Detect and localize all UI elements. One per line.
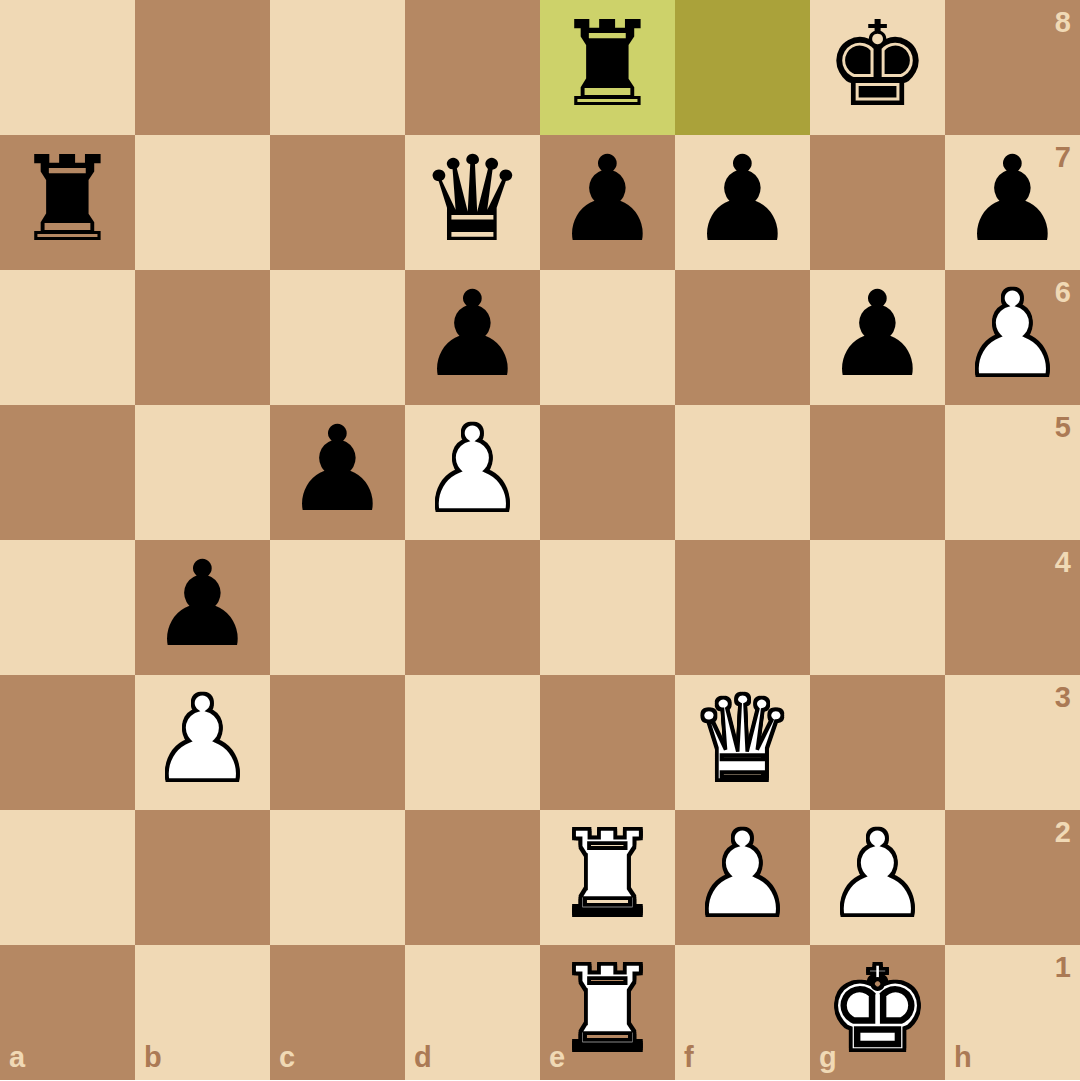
square-g3[interactable] xyxy=(810,675,945,810)
square-e7[interactable]: ♟ xyxy=(540,135,675,270)
square-g6[interactable]: ♟ xyxy=(810,270,945,405)
square-a5[interactable] xyxy=(0,405,135,540)
square-b2[interactable] xyxy=(135,810,270,945)
white-pawn[interactable]: ♟ xyxy=(690,815,796,933)
square-f6[interactable] xyxy=(675,270,810,405)
square-h3[interactable]: 3 xyxy=(945,675,1080,810)
black-queen[interactable]: ♛ xyxy=(420,140,526,258)
square-e4[interactable] xyxy=(540,540,675,675)
square-d3[interactable] xyxy=(405,675,540,810)
square-e3[interactable] xyxy=(540,675,675,810)
rank-label-1: 1 xyxy=(1055,953,1071,982)
square-c6[interactable] xyxy=(270,270,405,405)
square-g7[interactable] xyxy=(810,135,945,270)
white-pawn[interactable]: ♟ xyxy=(960,275,1066,393)
square-c2[interactable] xyxy=(270,810,405,945)
square-f3[interactable]: ♛ xyxy=(675,675,810,810)
square-a8[interactable] xyxy=(0,0,135,135)
square-d5[interactable]: ♟ xyxy=(405,405,540,540)
square-h6[interactable]: ♟6 xyxy=(945,270,1080,405)
square-d6[interactable]: ♟ xyxy=(405,270,540,405)
square-g5[interactable] xyxy=(810,405,945,540)
square-b3[interactable]: ♟ xyxy=(135,675,270,810)
square-g8[interactable]: ♚ xyxy=(810,0,945,135)
black-pawn[interactable]: ♟ xyxy=(690,140,796,258)
file-label-h: h xyxy=(954,1043,972,1072)
black-rook[interactable]: ♜ xyxy=(555,5,661,123)
square-h7[interactable]: ♟7 xyxy=(945,135,1080,270)
square-g4[interactable] xyxy=(810,540,945,675)
square-h4[interactable]: 4 xyxy=(945,540,1080,675)
square-d8[interactable] xyxy=(405,0,540,135)
black-pawn[interactable]: ♟ xyxy=(960,140,1066,258)
rank-label-8: 8 xyxy=(1055,8,1071,37)
square-b1[interactable]: b xyxy=(135,945,270,1080)
black-pawn[interactable]: ♟ xyxy=(285,410,391,528)
square-a6[interactable] xyxy=(0,270,135,405)
white-king[interactable]: ♚ xyxy=(825,950,931,1068)
square-b8[interactable] xyxy=(135,0,270,135)
square-b7[interactable] xyxy=(135,135,270,270)
square-e6[interactable] xyxy=(540,270,675,405)
rank-label-5: 5 xyxy=(1055,413,1071,442)
square-f1[interactable]: f xyxy=(675,945,810,1080)
square-h8[interactable]: 8 xyxy=(945,0,1080,135)
square-a2[interactable] xyxy=(0,810,135,945)
square-e2[interactable]: ♜ xyxy=(540,810,675,945)
square-f8[interactable] xyxy=(675,0,810,135)
file-label-e: e xyxy=(549,1043,565,1072)
square-c8[interactable] xyxy=(270,0,405,135)
square-b5[interactable] xyxy=(135,405,270,540)
file-label-b: b xyxy=(144,1043,162,1072)
square-d4[interactable] xyxy=(405,540,540,675)
square-e1[interactable]: ♜e xyxy=(540,945,675,1080)
black-rook[interactable]: ♜ xyxy=(15,140,121,258)
white-pawn[interactable]: ♟ xyxy=(825,815,931,933)
file-label-c: c xyxy=(279,1043,295,1072)
black-king[interactable]: ♚ xyxy=(825,5,931,123)
file-label-f: f xyxy=(684,1043,694,1072)
square-d1[interactable]: d xyxy=(405,945,540,1080)
square-c4[interactable] xyxy=(270,540,405,675)
rank-label-7: 7 xyxy=(1055,143,1071,172)
square-e8[interactable]: ♜ xyxy=(540,0,675,135)
square-h5[interactable]: 5 xyxy=(945,405,1080,540)
square-d2[interactable] xyxy=(405,810,540,945)
rank-label-6: 6 xyxy=(1055,278,1071,307)
square-b4[interactable]: ♟ xyxy=(135,540,270,675)
black-pawn[interactable]: ♟ xyxy=(555,140,661,258)
square-c1[interactable]: c xyxy=(270,945,405,1080)
white-rook[interactable]: ♜ xyxy=(555,815,661,933)
white-rook[interactable]: ♜ xyxy=(555,950,661,1068)
square-c3[interactable] xyxy=(270,675,405,810)
square-a3[interactable] xyxy=(0,675,135,810)
square-d7[interactable]: ♛ xyxy=(405,135,540,270)
rank-label-3: 3 xyxy=(1055,683,1071,712)
black-pawn[interactable]: ♟ xyxy=(825,275,931,393)
square-a7[interactable]: ♜ xyxy=(0,135,135,270)
file-label-a: a xyxy=(9,1043,25,1072)
square-f2[interactable]: ♟ xyxy=(675,810,810,945)
black-pawn[interactable]: ♟ xyxy=(150,545,256,663)
square-h1[interactable]: 1h xyxy=(945,945,1080,1080)
square-e5[interactable] xyxy=(540,405,675,540)
white-pawn[interactable]: ♟ xyxy=(150,680,256,798)
square-c7[interactable] xyxy=(270,135,405,270)
white-pawn[interactable]: ♟ xyxy=(420,410,526,528)
square-a1[interactable]: a xyxy=(0,945,135,1080)
square-f4[interactable] xyxy=(675,540,810,675)
square-c5[interactable]: ♟ xyxy=(270,405,405,540)
chess-board: ♜♚8♜♛♟♟♟7♟♟♟6♟♟5♟4♟♛3♜♟♟2abcd♜ef♚g1h xyxy=(0,0,1080,1080)
white-queen[interactable]: ♛ xyxy=(690,680,796,798)
rank-label-4: 4 xyxy=(1055,548,1071,577)
square-b6[interactable] xyxy=(135,270,270,405)
square-f7[interactable]: ♟ xyxy=(675,135,810,270)
black-pawn[interactable]: ♟ xyxy=(420,275,526,393)
square-g1[interactable]: ♚g xyxy=(810,945,945,1080)
file-label-g: g xyxy=(819,1043,837,1072)
square-a4[interactable] xyxy=(0,540,135,675)
square-g2[interactable]: ♟ xyxy=(810,810,945,945)
file-label-d: d xyxy=(414,1043,432,1072)
square-f5[interactable] xyxy=(675,405,810,540)
rank-label-2: 2 xyxy=(1055,818,1071,847)
square-h2[interactable]: 2 xyxy=(945,810,1080,945)
